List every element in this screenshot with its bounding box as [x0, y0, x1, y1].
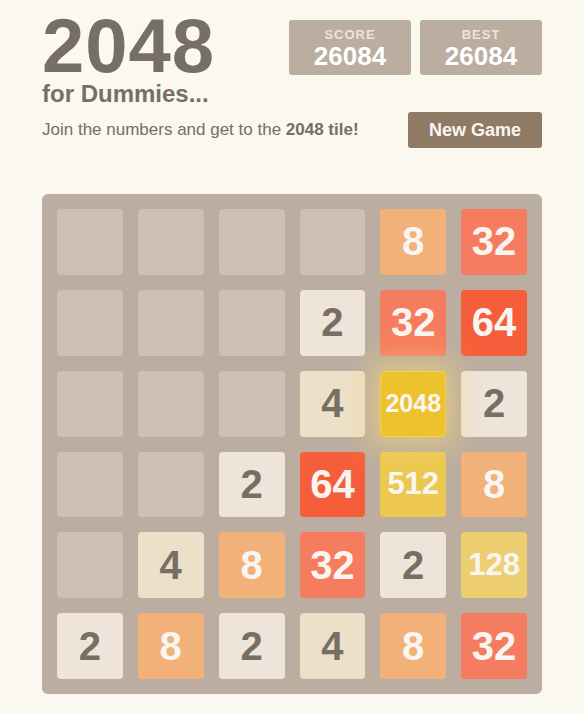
page-subtitle: for Dummies... — [42, 82, 215, 106]
tile-32: 32 — [461, 209, 527, 275]
score-box: SCORE 26084 — [289, 20, 411, 75]
tile-32: 32 — [300, 532, 366, 598]
app-container: 2048 for Dummies... SCORE 26084 BEST 260… — [42, 0, 542, 694]
intro-goal: 2048 tile! — [286, 120, 359, 139]
empty-cell — [219, 371, 285, 437]
empty-cell — [219, 290, 285, 356]
new-game-button[interactable]: New Game — [408, 112, 542, 148]
tile-4: 4 — [300, 371, 366, 437]
best-label: BEST — [462, 28, 501, 42]
tile-128: 128 — [461, 532, 527, 598]
intro-prefix: Join the numbers and get to the — [42, 120, 286, 139]
tile-8: 8 — [380, 209, 446, 275]
empty-cell — [219, 209, 285, 275]
tile-64: 64 — [300, 452, 366, 518]
title-block: 2048 for Dummies... — [42, 8, 215, 106]
tile-8: 8 — [380, 613, 446, 679]
best-value: 26084 — [445, 42, 517, 70]
empty-cell — [138, 290, 204, 356]
intro-text: Join the numbers and get to the 2048 til… — [42, 120, 359, 140]
tile-32: 32 — [461, 613, 527, 679]
tile-2: 2 — [219, 452, 285, 518]
empty-cell — [57, 532, 123, 598]
empty-cell — [57, 371, 123, 437]
empty-cell — [138, 452, 204, 518]
board-grid[interactable]: 832232644204822645128483221282824832 — [42, 194, 542, 694]
tile-2: 2 — [300, 290, 366, 356]
tile-512: 512 — [380, 452, 446, 518]
score-value: 26084 — [314, 42, 386, 70]
empty-cell — [57, 290, 123, 356]
tile-4: 4 — [138, 532, 204, 598]
empty-cell — [57, 209, 123, 275]
page-title: 2048 — [42, 8, 215, 84]
best-box: BEST 26084 — [420, 20, 542, 75]
tile-2: 2 — [380, 532, 446, 598]
tile-4: 4 — [300, 613, 366, 679]
tile-2: 2 — [219, 613, 285, 679]
tile-8: 8 — [219, 532, 285, 598]
empty-cell — [57, 452, 123, 518]
header: 2048 for Dummies... SCORE 26084 BEST 260… — [42, 8, 542, 106]
empty-cell — [138, 209, 204, 275]
tile-2048: 2048 — [380, 371, 446, 437]
tile-2: 2 — [461, 371, 527, 437]
score-label: SCORE — [324, 28, 375, 42]
tile-32: 32 — [380, 290, 446, 356]
intro-row: Join the numbers and get to the 2048 til… — [42, 110, 542, 150]
empty-cell — [300, 209, 366, 275]
tile-64: 64 — [461, 290, 527, 356]
empty-cell — [138, 371, 204, 437]
tile-2: 2 — [57, 613, 123, 679]
tile-8: 8 — [461, 452, 527, 518]
score-panel: SCORE 26084 BEST 26084 — [289, 20, 542, 75]
tile-8: 8 — [138, 613, 204, 679]
